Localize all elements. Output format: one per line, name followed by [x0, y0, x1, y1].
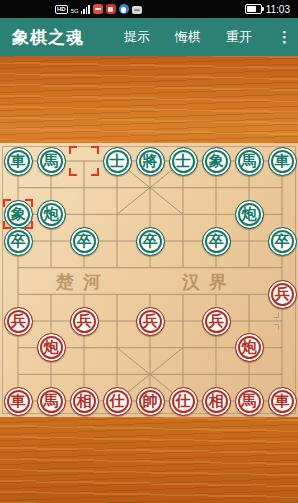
piece-red-soldier[interactable]: 兵 — [4, 307, 33, 336]
piece-black-elephant[interactable]: 象 — [202, 147, 231, 176]
piece-red-advisor[interactable]: 仕 — [169, 387, 198, 416]
piece-black-chariot[interactable]: 車 — [4, 147, 33, 176]
piece-red-cannon[interactable]: 炮 — [235, 333, 264, 362]
piece-red-elephant[interactable]: 相 — [70, 387, 99, 416]
notification-gray-icon — [132, 6, 142, 14]
network-label: 5G — [71, 8, 79, 14]
piece-black-general[interactable]: 將 — [136, 147, 165, 176]
piece-black-horse[interactable]: 馬 — [37, 147, 66, 176]
piece-black-horse[interactable]: 馬 — [235, 147, 264, 176]
piece-black-cannon[interactable]: 炮 — [235, 200, 264, 229]
page-title: 象棋之魂 — [12, 26, 84, 49]
board[interactable]: 楚河 汉界 車馬士將士象馬車象炮炮卒卒卒卒卒兵兵兵兵兵炮炮車馬相仕帥仕相馬車 — [0, 143, 298, 417]
piece-red-cannon[interactable]: 炮 — [37, 333, 66, 362]
piece-red-soldier[interactable]: 兵 — [268, 280, 297, 309]
menu-item-restart[interactable]: 重开 — [226, 28, 252, 46]
piece-red-chariot[interactable]: 車 — [268, 387, 297, 416]
phone-screen: HD 5G 11:03 象棋之魂 提示 悔棋 重开 ⋮ 楚河 汉界 車馬士將士象… — [0, 0, 298, 503]
piece-black-advisor[interactable]: 士 — [103, 147, 132, 176]
piece-black-advisor[interactable]: 士 — [169, 147, 198, 176]
piece-black-elephant[interactable]: 象 — [4, 200, 33, 229]
menu-item-hint[interactable]: 提示 — [124, 28, 150, 46]
status-bar: HD 5G 11:03 — [0, 0, 298, 18]
signal-bars-icon: 5G — [71, 5, 90, 14]
piece-red-soldier[interactable]: 兵 — [136, 307, 165, 336]
piece-red-chariot[interactable]: 車 — [4, 387, 33, 416]
piece-black-soldier[interactable]: 卒 — [4, 227, 33, 256]
piece-red-soldier[interactable]: 兵 — [202, 307, 231, 336]
piece-red-horse[interactable]: 馬 — [37, 387, 66, 416]
notification-blue-icon — [119, 4, 129, 14]
notification-red2-icon — [106, 4, 116, 14]
signal-strength-icon — [81, 5, 90, 14]
status-right: 11:03 — [245, 4, 290, 15]
hd-badge: HD — [55, 5, 68, 14]
battery-icon — [245, 4, 262, 14]
piece-red-elephant[interactable]: 相 — [202, 387, 231, 416]
river-label-left: 楚河 — [56, 270, 110, 294]
piece-black-cannon[interactable]: 炮 — [37, 200, 66, 229]
app-menu: 提示 悔棋 重开 ⋮ — [124, 28, 298, 46]
notification-red-icon — [93, 4, 103, 14]
piece-black-soldier[interactable]: 卒 — [268, 227, 297, 256]
app-bar: 象棋之魂 提示 悔棋 重开 ⋮ — [0, 18, 298, 56]
piece-black-soldier[interactable]: 卒 — [70, 227, 99, 256]
piece-red-horse[interactable]: 馬 — [235, 387, 264, 416]
clock: 11:03 — [266, 4, 290, 15]
status-icons: HD 5G — [55, 4, 142, 14]
piece-red-soldier[interactable]: 兵 — [70, 307, 99, 336]
piece-red-advisor[interactable]: 仕 — [103, 387, 132, 416]
piece-black-chariot[interactable]: 車 — [268, 147, 297, 176]
river-label-right: 汉界 — [182, 270, 236, 294]
overflow-menu-icon[interactable]: ⋮ — [277, 28, 289, 46]
piece-black-soldier[interactable]: 卒 — [136, 227, 165, 256]
board-grid-lines — [0, 143, 298, 417]
piece-black-soldier[interactable]: 卒 — [202, 227, 231, 256]
menu-item-undo[interactable]: 悔棋 — [175, 28, 201, 46]
piece-red-general[interactable]: 帥 — [136, 387, 165, 416]
